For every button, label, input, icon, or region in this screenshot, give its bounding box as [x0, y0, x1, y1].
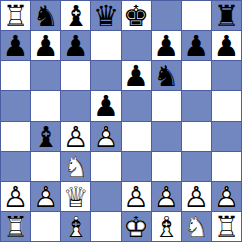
- square-h6[interactable]: [212, 61, 241, 90]
- white-rook: ♜♖: [1, 212, 30, 241]
- square-d1[interactable]: [91, 212, 120, 241]
- square-c4[interactable]: ♟♙: [61, 122, 90, 151]
- square-g7[interactable]: ♟: [182, 31, 211, 60]
- square-d2[interactable]: [91, 182, 120, 211]
- white-pawn: ♟♙: [31, 182, 60, 211]
- square-a5[interactable]: [1, 91, 30, 120]
- black-pawn: ♟: [122, 61, 151, 90]
- square-e2[interactable]: ♟♙: [122, 182, 151, 211]
- square-b8[interactable]: ♞: [31, 1, 60, 30]
- square-c3[interactable]: ♞♘: [61, 152, 90, 181]
- square-b3[interactable]: [31, 152, 60, 181]
- square-a6[interactable]: [1, 61, 30, 90]
- white-pawn: ♟♙: [91, 122, 120, 151]
- white-rook: ♜♖: [1, 1, 30, 30]
- square-h1[interactable]: ♜♖: [212, 212, 241, 241]
- square-a2[interactable]: ♟♙: [1, 182, 30, 211]
- square-d8[interactable]: ♛: [91, 1, 120, 30]
- white-bishop: ♝♗: [61, 212, 90, 241]
- black-bishop: ♝: [31, 122, 60, 151]
- square-g2[interactable]: ♟♙: [182, 182, 211, 211]
- square-d7[interactable]: [91, 31, 120, 60]
- black-pawn: ♟: [152, 31, 181, 60]
- square-f2[interactable]: ♟♙: [152, 182, 181, 211]
- black-queen: ♛: [91, 1, 120, 30]
- square-f3[interactable]: [152, 152, 181, 181]
- white-king: ♚♔: [122, 212, 151, 241]
- square-d4[interactable]: ♟♙: [91, 122, 120, 151]
- square-h5[interactable]: [212, 91, 241, 120]
- white-knight: ♞♘: [61, 152, 90, 181]
- white-queen: ♛♕: [61, 182, 90, 211]
- white-knight: ♞♘: [182, 212, 211, 241]
- square-h3[interactable]: [212, 152, 241, 181]
- square-f8[interactable]: [152, 1, 181, 30]
- square-e4[interactable]: [122, 122, 151, 151]
- square-d6[interactable]: [91, 61, 120, 90]
- square-h2[interactable]: ♟♙: [212, 182, 241, 211]
- square-a3[interactable]: [1, 152, 30, 181]
- square-a7[interactable]: ♟: [1, 31, 30, 60]
- square-b7[interactable]: ♟: [31, 31, 60, 60]
- square-f4[interactable]: [152, 122, 181, 151]
- square-c8[interactable]: ♝: [61, 1, 90, 30]
- square-g5[interactable]: [182, 91, 211, 120]
- square-f1[interactable]: ♝♗: [152, 212, 181, 241]
- square-b4[interactable]: ♝: [31, 122, 60, 151]
- square-f6[interactable]: ♞: [152, 61, 181, 90]
- square-f5[interactable]: [152, 91, 181, 120]
- black-knight: ♞: [31, 1, 60, 30]
- square-e6[interactable]: ♟: [122, 61, 151, 90]
- square-c2[interactable]: ♛♕: [61, 182, 90, 211]
- square-a4[interactable]: [1, 122, 30, 151]
- square-b6[interactable]: [31, 61, 60, 90]
- square-f7[interactable]: ♟: [152, 31, 181, 60]
- black-pawn: ♟: [212, 31, 241, 60]
- square-h8[interactable]: ♜: [212, 1, 241, 30]
- square-e1[interactable]: ♚♔: [122, 212, 151, 241]
- square-a1[interactable]: ♜♖: [1, 212, 30, 241]
- square-c5[interactable]: [61, 91, 90, 120]
- square-e8[interactable]: ♚: [122, 1, 151, 30]
- white-pawn: ♟♙: [122, 182, 151, 211]
- square-d3[interactable]: [91, 152, 120, 181]
- black-rook: ♜: [212, 1, 241, 30]
- white-pawn: ♟♙: [1, 182, 30, 211]
- chess-board: ♜♖♞♝♛♚♜♟♟♟♟♟♟♟♞♟♝♟♙♟♙♞♘♟♙♟♙♛♕♟♙♟♙♟♙♟♙♜♖♝…: [0, 0, 242, 242]
- black-knight: ♞: [152, 61, 181, 90]
- white-rook: ♜♖: [212, 212, 241, 241]
- square-e7[interactable]: [122, 31, 151, 60]
- square-d5[interactable]: ♟: [91, 91, 120, 120]
- square-b1[interactable]: [31, 212, 60, 241]
- square-g4[interactable]: [182, 122, 211, 151]
- square-c7[interactable]: ♟: [61, 31, 90, 60]
- square-a8[interactable]: ♜♖: [1, 1, 30, 30]
- square-g3[interactable]: [182, 152, 211, 181]
- black-bishop: ♝: [61, 1, 90, 30]
- black-pawn: ♟: [61, 31, 90, 60]
- white-pawn: ♟♙: [61, 122, 90, 151]
- black-king: ♚: [122, 1, 151, 30]
- square-b2[interactable]: ♟♙: [31, 182, 60, 211]
- square-g8[interactable]: [182, 1, 211, 30]
- white-pawn: ♟♙: [212, 182, 241, 211]
- white-pawn: ♟♙: [182, 182, 211, 211]
- white-pawn: ♟♙: [152, 182, 181, 211]
- square-c6[interactable]: [61, 61, 90, 90]
- black-pawn: ♟: [1, 31, 30, 60]
- square-e3[interactable]: [122, 152, 151, 181]
- square-g1[interactable]: ♞♘: [182, 212, 211, 241]
- square-h7[interactable]: ♟: [212, 31, 241, 60]
- square-b5[interactable]: [31, 91, 60, 120]
- black-pawn: ♟: [182, 31, 211, 60]
- square-g6[interactable]: [182, 61, 211, 90]
- square-c1[interactable]: ♝♗: [61, 212, 90, 241]
- square-e5[interactable]: [122, 91, 151, 120]
- white-bishop: ♝♗: [152, 212, 181, 241]
- black-pawn: ♟: [31, 31, 60, 60]
- square-h4[interactable]: [212, 122, 241, 151]
- black-pawn: ♟: [91, 91, 120, 120]
